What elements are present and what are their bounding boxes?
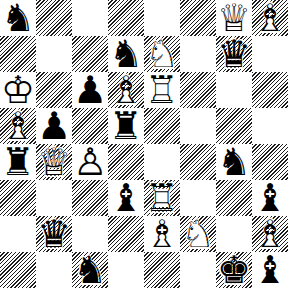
square-e3[interactable]: ♜♖ bbox=[144, 180, 180, 216]
square-c2[interactable] bbox=[72, 216, 108, 252]
square-b3[interactable] bbox=[36, 180, 72, 216]
square-f3[interactable] bbox=[180, 180, 216, 216]
square-f6[interactable] bbox=[180, 72, 216, 108]
white-bishop-icon[interactable]: ♗ bbox=[108, 72, 144, 108]
square-e2[interactable]: ♝♗ bbox=[144, 216, 180, 252]
square-b8[interactable] bbox=[36, 0, 72, 36]
black-knight-icon[interactable]: ♞ bbox=[72, 252, 108, 288]
square-h7[interactable] bbox=[252, 36, 288, 72]
square-b5[interactable]: ♟♟ bbox=[36, 108, 72, 144]
square-g3[interactable] bbox=[216, 180, 252, 216]
white-knight-icon[interactable]: ♘ bbox=[180, 216, 216, 252]
square-g6[interactable] bbox=[216, 72, 252, 108]
square-f4[interactable] bbox=[180, 144, 216, 180]
square-d2[interactable] bbox=[108, 216, 144, 252]
square-d4[interactable] bbox=[108, 144, 144, 180]
square-a7[interactable] bbox=[0, 36, 36, 72]
white-bishop-icon[interactable]: ♗ bbox=[0, 108, 36, 144]
black-king-icon[interactable]: ♚ bbox=[216, 252, 252, 288]
white-bishop-icon[interactable]: ♗ bbox=[252, 0, 288, 36]
black-pawn-icon[interactable]: ♟ bbox=[36, 108, 72, 144]
square-c4[interactable]: ♟♙ bbox=[72, 144, 108, 180]
square-d5[interactable]: ♜♜ bbox=[108, 108, 144, 144]
square-d8[interactable] bbox=[108, 0, 144, 36]
square-h1[interactable]: ♝♝ bbox=[252, 252, 288, 288]
black-knight-icon[interactable]: ♞ bbox=[0, 0, 36, 36]
square-f5[interactable] bbox=[180, 108, 216, 144]
square-g7[interactable]: ♛♛ bbox=[216, 36, 252, 72]
black-bishop-icon[interactable]: ♝ bbox=[252, 180, 288, 216]
white-bishop-icon[interactable]: ♗ bbox=[144, 216, 180, 252]
square-g4[interactable]: ♞♞ bbox=[216, 144, 252, 180]
square-b6[interactable] bbox=[36, 72, 72, 108]
square-b4[interactable]: ♛♕ bbox=[36, 144, 72, 180]
chess-board: ♞♞♛♕♝♗♞♞♞♘♛♛♚♔♟♟♝♗♜♖♝♗♟♟♜♜♜♜♛♕♟♙♞♞♝♝♜♖♝♝… bbox=[0, 0, 288, 288]
square-g1[interactable]: ♚♚ bbox=[216, 252, 252, 288]
square-e6[interactable]: ♜♖ bbox=[144, 72, 180, 108]
square-f8[interactable] bbox=[180, 0, 216, 36]
square-e1[interactable] bbox=[144, 252, 180, 288]
square-h5[interactable] bbox=[252, 108, 288, 144]
white-queen-icon[interactable]: ♕ bbox=[216, 0, 252, 36]
square-d6[interactable]: ♝♗ bbox=[108, 72, 144, 108]
square-a2[interactable] bbox=[0, 216, 36, 252]
square-c3[interactable] bbox=[72, 180, 108, 216]
square-h8[interactable]: ♝♗ bbox=[252, 0, 288, 36]
square-f1[interactable] bbox=[180, 252, 216, 288]
white-pawn-icon[interactable]: ♙ bbox=[72, 144, 108, 180]
square-e8[interactable] bbox=[144, 0, 180, 36]
chess-diagram: ♞♞♛♕♝♗♞♞♞♘♛♛♚♔♟♟♝♗♜♖♝♗♟♟♜♜♜♜♛♕♟♙♞♞♝♝♜♖♝♝… bbox=[0, 0, 288, 288]
black-bishop-icon[interactable]: ♝ bbox=[252, 252, 288, 288]
square-e4[interactable] bbox=[144, 144, 180, 180]
square-h6[interactable] bbox=[252, 72, 288, 108]
square-b2[interactable]: ♛♛ bbox=[36, 216, 72, 252]
square-h4[interactable] bbox=[252, 144, 288, 180]
square-a4[interactable]: ♜♜ bbox=[0, 144, 36, 180]
square-a6[interactable]: ♚♔ bbox=[0, 72, 36, 108]
white-queen-icon[interactable]: ♕ bbox=[36, 144, 72, 180]
square-g8[interactable]: ♛♕ bbox=[216, 0, 252, 36]
white-bishop-icon[interactable]: ♗ bbox=[252, 216, 288, 252]
square-d3[interactable]: ♝♝ bbox=[108, 180, 144, 216]
square-c6[interactable]: ♟♟ bbox=[72, 72, 108, 108]
square-h2[interactable]: ♝♗ bbox=[252, 216, 288, 252]
square-b7[interactable] bbox=[36, 36, 72, 72]
square-d7[interactable]: ♞♞ bbox=[108, 36, 144, 72]
black-knight-icon[interactable]: ♞ bbox=[216, 144, 252, 180]
black-queen-icon[interactable]: ♛ bbox=[36, 216, 72, 252]
square-a5[interactable]: ♝♗ bbox=[0, 108, 36, 144]
white-king-icon[interactable]: ♔ bbox=[0, 72, 36, 108]
black-pawn-icon[interactable]: ♟ bbox=[72, 72, 108, 108]
square-d1[interactable] bbox=[108, 252, 144, 288]
black-rook-icon[interactable]: ♜ bbox=[108, 108, 144, 144]
square-g5[interactable] bbox=[216, 108, 252, 144]
black-rook-icon[interactable]: ♜ bbox=[0, 144, 36, 180]
black-knight-icon[interactable]: ♞ bbox=[108, 36, 144, 72]
square-g2[interactable] bbox=[216, 216, 252, 252]
square-a8[interactable]: ♞♞ bbox=[0, 0, 36, 36]
square-f7[interactable] bbox=[180, 36, 216, 72]
square-e5[interactable] bbox=[144, 108, 180, 144]
white-rook-icon[interactable]: ♖ bbox=[144, 72, 180, 108]
square-a3[interactable] bbox=[0, 180, 36, 216]
black-bishop-icon[interactable]: ♝ bbox=[108, 180, 144, 216]
white-rook-icon[interactable]: ♖ bbox=[144, 180, 180, 216]
white-knight-icon[interactable]: ♘ bbox=[144, 36, 180, 72]
square-c7[interactable] bbox=[72, 36, 108, 72]
square-a1[interactable] bbox=[0, 252, 36, 288]
square-b1[interactable] bbox=[36, 252, 72, 288]
square-c8[interactable] bbox=[72, 0, 108, 36]
square-f2[interactable]: ♞♘ bbox=[180, 216, 216, 252]
square-c5[interactable] bbox=[72, 108, 108, 144]
square-e7[interactable]: ♞♘ bbox=[144, 36, 180, 72]
square-c1[interactable]: ♞♞ bbox=[72, 252, 108, 288]
square-h3[interactable]: ♝♝ bbox=[252, 180, 288, 216]
black-queen-icon[interactable]: ♛ bbox=[216, 36, 252, 72]
